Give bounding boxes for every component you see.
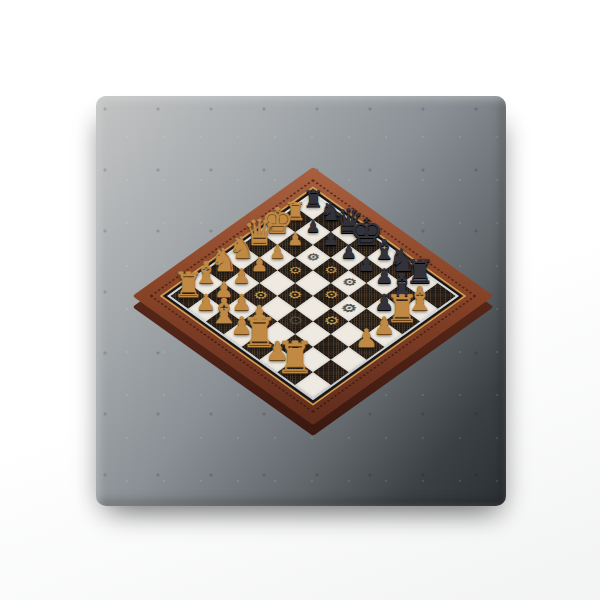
- gold-rook: ♜: [275, 336, 315, 380]
- gold-gear-icon: ⚙: [320, 288, 341, 302]
- black-pawn: ♟: [358, 255, 375, 274]
- gold-pawn: ♟: [269, 243, 285, 261]
- gold-pawn: ♟: [233, 267, 251, 287]
- black-pawn: ♟: [340, 243, 356, 261]
- gold-pawn: ♟: [287, 231, 303, 248]
- black-pawn: ♟: [323, 231, 339, 248]
- gold-gear-icon: ⚙: [286, 289, 305, 301]
- gold-gear-icon: ⚙: [318, 313, 343, 329]
- dark-gear-icon: ⚙: [338, 276, 359, 288]
- black-pawn: ♟: [306, 219, 321, 235]
- gold-pawn: ♟: [355, 326, 378, 351]
- gold-gear-icon: ⚙: [323, 264, 339, 275]
- canvas-print: ♜♞♛♚♝♞♜♜♟♟♟♟♟♝♝♚♟⚙⚙⚙♟♜♛♟⚙⚙⚙♟♞♟⚙⚙♟♞♟⚙⚙♝♟♟…: [96, 96, 506, 506]
- concrete-backdrop: ♜♞♛♚♝♞♜♜♟♟♟♟♟♝♝♚♟⚙⚙⚙♟♜♛♟⚙⚙⚙♟♞♟⚙⚙♟♞♟⚙⚙♝♟♟…: [96, 96, 506, 506]
- pieces-layer: ♜♞♛♚♝♞♜♜♟♟♟♟♟♝♝♚♟⚙⚙⚙♟♜♛♟⚙⚙⚙♟♞♟⚙⚙♟♞♟⚙⚙♝♟♟…: [96, 96, 506, 506]
- dark-gear-icon: ⚙: [303, 251, 323, 263]
- dark-gear-icon: ⚙: [283, 313, 307, 328]
- gold-gear-icon: ⚙: [287, 265, 304, 275]
- dark-gear-icon: ⚙: [339, 302, 358, 313]
- gold-pawn: ♟: [251, 255, 268, 274]
- page-background: ♜♞♛♚♝♞♜♜♟♟♟♟♟♝♝♚♟⚙⚙⚙♟♜♛♟⚙⚙⚙♟♞♟⚙⚙♟♞♟⚙⚙♝♟♟…: [0, 0, 600, 600]
